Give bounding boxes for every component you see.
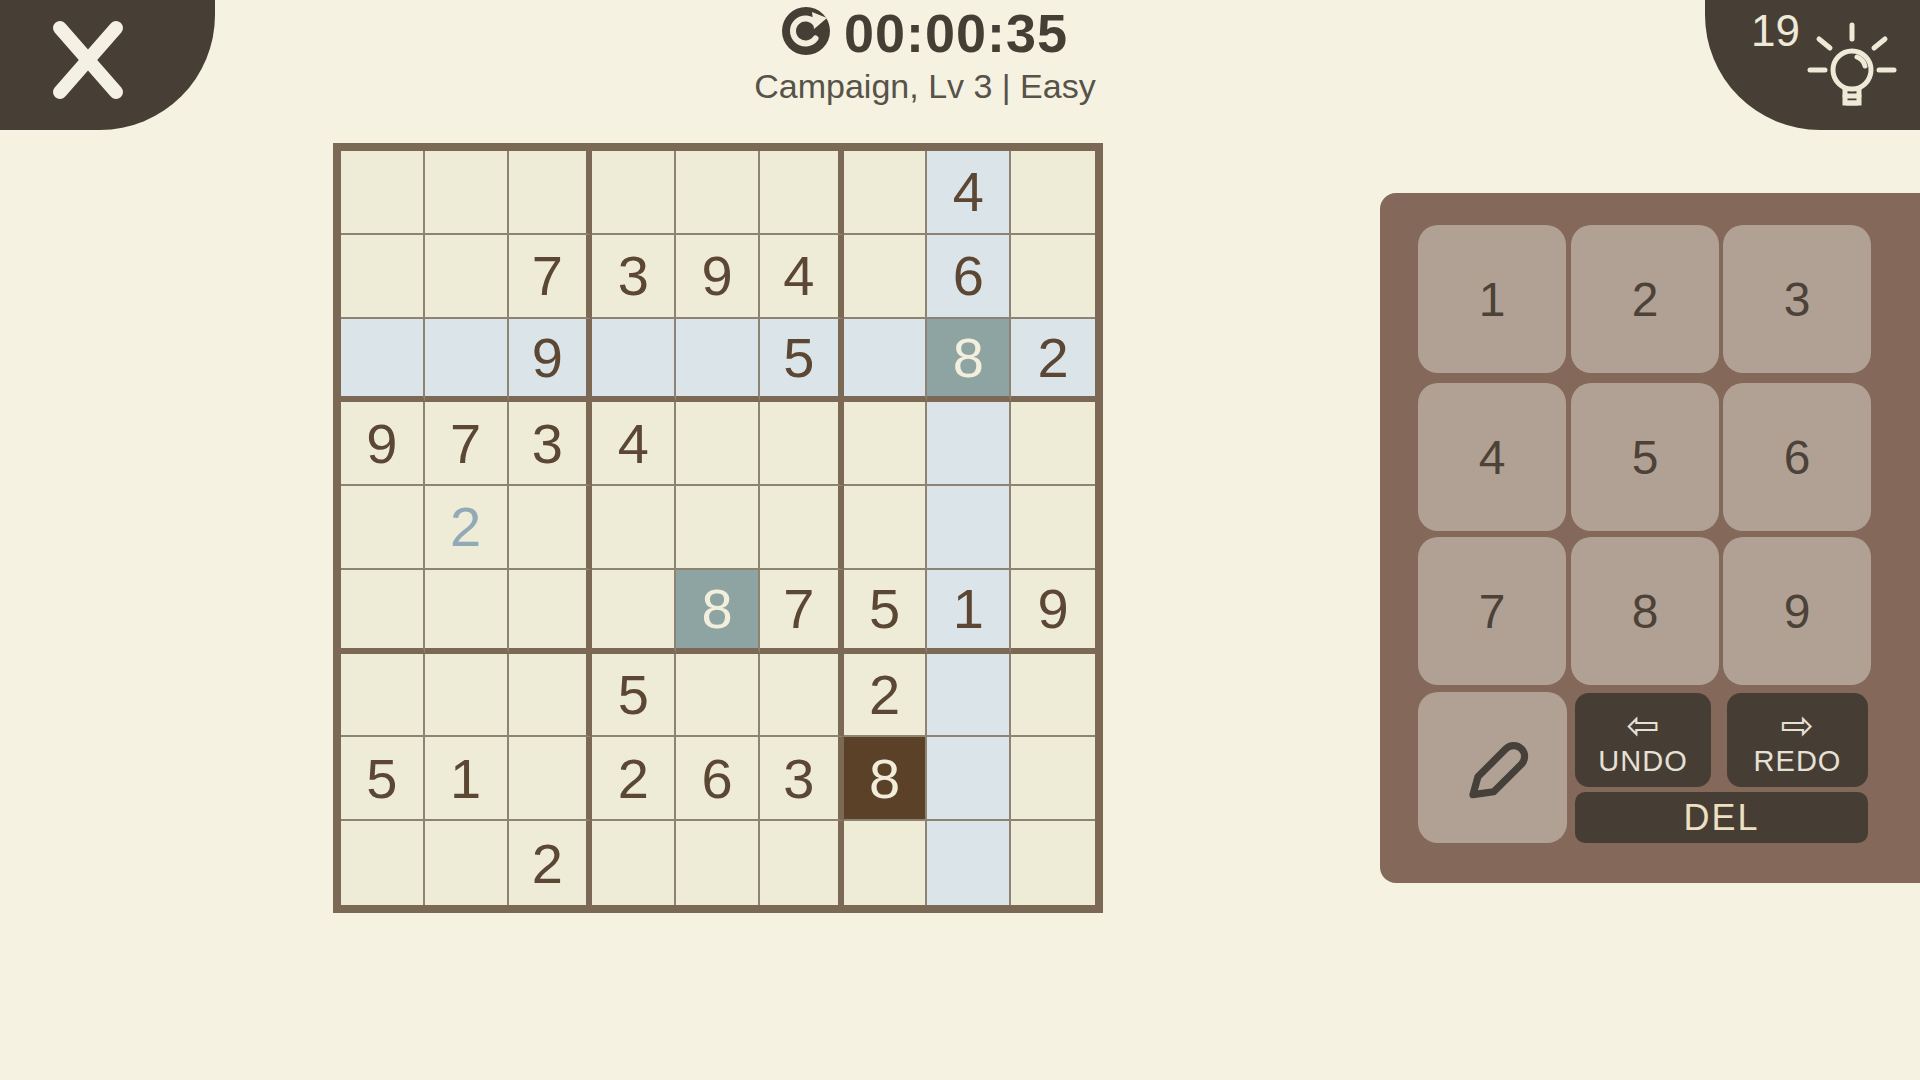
cell-r1c9[interactable] <box>1011 151 1095 235</box>
cell-r3c7[interactable] <box>844 319 928 403</box>
numpad-key-5[interactable]: 5 <box>1571 383 1719 531</box>
cell-r4c9[interactable] <box>1011 402 1095 486</box>
cell-r5c6[interactable] <box>760 486 844 570</box>
pencil-button[interactable] <box>1418 692 1567 843</box>
cell-r1c2[interactable] <box>425 151 509 235</box>
cell-r8c7[interactable]: 8 <box>844 737 928 821</box>
cell-r3c5[interactable] <box>676 319 760 403</box>
redo-button[interactable]: ⇨ REDO <box>1727 693 1868 787</box>
numpad-key-9[interactable]: 9 <box>1723 537 1871 685</box>
redo-label: REDO <box>1733 745 1862 777</box>
cell-r8c4[interactable]: 2 <box>592 737 676 821</box>
cell-r1c5[interactable] <box>676 151 760 235</box>
cell-r5c9[interactable] <box>1011 486 1095 570</box>
cell-r8c8[interactable] <box>927 737 1011 821</box>
cell-r3c2[interactable] <box>425 319 509 403</box>
cell-r2c4[interactable]: 3 <box>592 235 676 319</box>
cell-r3c8[interactable]: 8 <box>927 319 1011 403</box>
numpad-key-4[interactable]: 4 <box>1418 383 1566 531</box>
cell-r5c7[interactable] <box>844 486 928 570</box>
cell-r3c3[interactable]: 9 <box>509 319 593 403</box>
cell-r5c2[interactable]: 2 <box>425 486 509 570</box>
mode-line: Campaign, Lv 3 | Easy <box>754 67 1095 106</box>
numpad-key-7[interactable]: 7 <box>1418 537 1566 685</box>
cell-r5c8[interactable] <box>927 486 1011 570</box>
cell-r2c5[interactable]: 9 <box>676 235 760 319</box>
cell-r6c1[interactable] <box>341 570 425 654</box>
delete-button[interactable]: DEL <box>1575 792 1868 843</box>
cell-r8c2[interactable]: 1 <box>425 737 509 821</box>
cell-r6c3[interactable] <box>509 570 593 654</box>
cell-r6c9[interactable]: 9 <box>1011 570 1095 654</box>
cell-r7c7[interactable]: 2 <box>844 654 928 738</box>
cell-r4c8[interactable] <box>927 402 1011 486</box>
numpad-panel: 123456789 ⇦ UNDO ⇨ REDO DEL <box>1380 193 1920 883</box>
cell-r9c5[interactable] <box>676 821 760 905</box>
cell-r4c1[interactable]: 9 <box>341 402 425 486</box>
cell-r9c3[interactable]: 2 <box>509 821 593 905</box>
cell-r4c7[interactable] <box>844 402 928 486</box>
cell-r2c2[interactable] <box>425 235 509 319</box>
arrow-right-icon: ⇨ <box>1733 705 1862 745</box>
cell-r2c1[interactable] <box>341 235 425 319</box>
numpad-key-1[interactable]: 1 <box>1418 225 1566 373</box>
cell-r6c8[interactable]: 1 <box>927 570 1011 654</box>
cell-r1c8[interactable]: 4 <box>927 151 1011 235</box>
cell-r5c4[interactable] <box>592 486 676 570</box>
cell-r6c4[interactable] <box>592 570 676 654</box>
cell-r9c4[interactable] <box>592 821 676 905</box>
numpad-key-8[interactable]: 8 <box>1571 537 1719 685</box>
cell-r7c3[interactable] <box>509 654 593 738</box>
cell-r1c6[interactable] <box>760 151 844 235</box>
cell-r4c4[interactable]: 4 <box>592 402 676 486</box>
cell-r7c9[interactable] <box>1011 654 1095 738</box>
undo-button[interactable]: ⇦ UNDO <box>1575 693 1711 787</box>
cell-r2c9[interactable] <box>1011 235 1095 319</box>
cell-r9c8[interactable] <box>927 821 1011 905</box>
cell-r1c4[interactable] <box>592 151 676 235</box>
cell-r8c6[interactable]: 3 <box>760 737 844 821</box>
cell-r8c1[interactable]: 5 <box>341 737 425 821</box>
undo-label: UNDO <box>1581 745 1705 777</box>
hint-button[interactable]: 19 <box>1705 0 1920 130</box>
cell-r4c3[interactable]: 3 <box>509 402 593 486</box>
cell-r5c5[interactable] <box>676 486 760 570</box>
restart-clockwise-arrow-icon <box>782 7 830 59</box>
cell-r3c1[interactable] <box>341 319 425 403</box>
cell-r9c6[interactable] <box>760 821 844 905</box>
close-button[interactable] <box>0 0 215 130</box>
cell-r4c5[interactable] <box>676 402 760 486</box>
cell-r9c2[interactable] <box>425 821 509 905</box>
cell-r3c6[interactable]: 5 <box>760 319 844 403</box>
cell-r5c3[interactable] <box>509 486 593 570</box>
cell-r6c6[interactable]: 7 <box>760 570 844 654</box>
numpad-key-3[interactable]: 3 <box>1723 225 1871 373</box>
cell-r4c2[interactable]: 7 <box>425 402 509 486</box>
cell-r3c9[interactable]: 2 <box>1011 319 1095 403</box>
cell-r3c4[interactable] <box>592 319 676 403</box>
cell-r9c1[interactable] <box>341 821 425 905</box>
pencil-icon <box>1450 723 1536 812</box>
cell-r4c6[interactable] <box>760 402 844 486</box>
cell-r6c7[interactable]: 5 <box>844 570 928 654</box>
cell-r5c1[interactable] <box>341 486 425 570</box>
timer-text: 00:00:35 <box>844 2 1068 64</box>
sudoku-board: 47394695829734287519525126382 <box>333 143 1103 913</box>
numpad-key-2[interactable]: 2 <box>1571 225 1719 373</box>
cell-r8c3[interactable] <box>509 737 593 821</box>
cell-r8c9[interactable] <box>1011 737 1095 821</box>
cell-r7c2[interactable] <box>425 654 509 738</box>
cell-r8c5[interactable]: 6 <box>676 737 760 821</box>
cell-r7c8[interactable] <box>927 654 1011 738</box>
cell-r7c6[interactable] <box>760 654 844 738</box>
cell-r9c9[interactable] <box>1011 821 1095 905</box>
cell-r6c2[interactable] <box>425 570 509 654</box>
arrow-left-icon: ⇦ <box>1581 705 1705 745</box>
cell-r2c6[interactable]: 4 <box>760 235 844 319</box>
cell-r2c7[interactable] <box>844 235 928 319</box>
cell-r2c8[interactable]: 6 <box>927 235 1011 319</box>
cell-r1c1[interactable] <box>341 151 425 235</box>
cell-r1c3[interactable] <box>509 151 593 235</box>
cell-r7c4[interactable]: 5 <box>592 654 676 738</box>
hint-count: 19 <box>1751 6 1800 56</box>
cell-r1c7[interactable] <box>844 151 928 235</box>
numpad-key-6[interactable]: 6 <box>1723 383 1871 531</box>
cell-r2c3[interactable]: 7 <box>509 235 593 319</box>
cell-r9c7[interactable] <box>844 821 928 905</box>
cell-r7c1[interactable] <box>341 654 425 738</box>
cell-r6c5[interactable]: 8 <box>676 570 760 654</box>
header: 00:00:35 Campaign, Lv 3 | Easy <box>660 2 1190 106</box>
cell-r7c5[interactable] <box>676 654 760 738</box>
